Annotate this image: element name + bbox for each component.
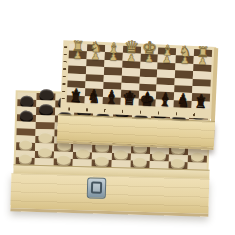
draughts-man-dark (20, 110, 34, 121)
chess-piece-black-queen: ♛ (120, 91, 139, 107)
draughts-man-light (38, 132, 52, 143)
chess-pieces: ♜♞♝♛♚♝♞♜♟♟♟♟♟♟♟♟♟♟♟♟♟♟♟♟♜♞♝♛♚♝♞♜ (67, 43, 213, 108)
draughts-man-light (190, 151, 204, 162)
draughts-man-light (171, 158, 185, 169)
draughts-man-light (38, 147, 52, 158)
chess-piece-white-pawn: ♟ (86, 51, 104, 61)
draughts-man-light (95, 156, 109, 167)
chess-piece-white-pawn: ♟ (122, 52, 140, 62)
draughts-man-light (76, 148, 90, 159)
chess-piece-white-pawn: ♟ (69, 50, 87, 60)
chess-piece-white-pawn: ♟ (104, 52, 122, 62)
draughts-man-light (152, 150, 166, 161)
draughts-man-light (114, 149, 128, 160)
draughts-man-dark (20, 96, 34, 107)
chess-piece-white-pawn: ♟ (194, 56, 212, 66)
clasp-keyhole (91, 181, 102, 193)
chess-piece-black-knight: ♞ (84, 92, 102, 105)
chess-piece-black-bishop: ♝ (102, 93, 120, 106)
draughts-man-dark (39, 104, 53, 115)
chess-piece-white-pawn: ♟ (158, 54, 176, 64)
chess-piece-black-rook: ♜ (67, 91, 85, 104)
chess-piece-black-bishop: ♝ (156, 95, 174, 108)
product-photo: ♜♞♝♛♚♝♞♜♟♟♟♟♟♟♟♟♟♟♟♟♟♟♟♟♜♞♝♛♚♝♞♜ (0, 0, 235, 235)
chess-piece-black-rook: ♜ (192, 97, 210, 110)
box-front-panel (10, 173, 209, 217)
metal-clasp-icon (87, 177, 107, 199)
chess-piece-black-knight: ♞ (174, 96, 192, 109)
chess-piece-white-pawn: ♟ (140, 53, 158, 63)
draughts-man-light (57, 155, 71, 166)
draughts-man-light (19, 139, 33, 150)
draughts-man-dark (39, 89, 53, 100)
chess-piece-black-king: ♚ (138, 92, 157, 108)
chess-box: ♜♞♝♛♚♝♞♜♟♟♟♟♟♟♟♟♟♟♟♟♟♟♟♟♜♞♝♛♚♝♞♜ (57, 24, 220, 147)
draughts-man-light (18, 153, 32, 164)
draughts-man-light (133, 157, 147, 168)
chess-piece-white-pawn: ♟ (176, 55, 194, 65)
